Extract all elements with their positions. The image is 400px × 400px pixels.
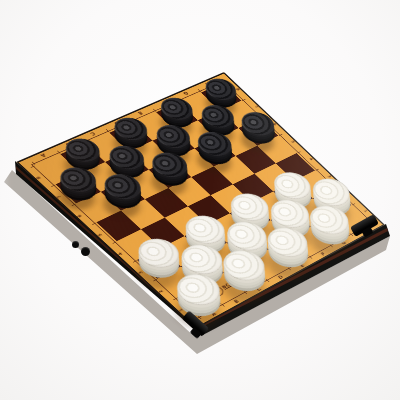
piece-white-g3[interactable] xyxy=(267,167,318,203)
piece-black-b6[interactable] xyxy=(97,170,148,204)
pieces-layer xyxy=(16,72,385,329)
piece-black-b8[interactable] xyxy=(59,134,106,165)
hinge-nub-large xyxy=(81,247,90,256)
checkers-product-photo: ABCDEFGH ABCDEFGH 87654321 87654321 ♞ ВС… xyxy=(0,0,400,400)
piece-black-a7[interactable] xyxy=(53,163,103,196)
piece-black-f6[interactable] xyxy=(191,128,238,160)
piece-black-c7[interactable] xyxy=(103,141,151,173)
piece-black-f8[interactable] xyxy=(155,94,199,124)
piece-white-g1[interactable] xyxy=(302,200,356,239)
piece-white-c3[interactable] xyxy=(178,210,233,249)
piece-black-h8[interactable] xyxy=(200,75,243,104)
piece-black-h6[interactable] xyxy=(235,108,281,140)
hinge-nub-small xyxy=(72,241,79,248)
piece-white-e3[interactable] xyxy=(223,188,276,225)
piece-white-e1[interactable] xyxy=(259,222,315,263)
piece-black-g7[interactable] xyxy=(195,101,240,132)
piece-white-a3[interactable] xyxy=(130,233,187,273)
checkers-board: ABCDEFGH ABCDEFGH 87654321 87654321 ♞ ВС… xyxy=(16,72,385,329)
piece-white-c1[interactable] xyxy=(215,244,273,286)
piece-black-d8[interactable] xyxy=(108,114,154,144)
piece-black-e7[interactable] xyxy=(150,121,196,152)
piece-white-a1[interactable] xyxy=(168,268,228,311)
piece-black-d6[interactable] xyxy=(145,148,194,181)
